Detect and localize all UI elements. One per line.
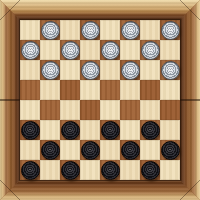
board-square[interactable] bbox=[80, 140, 100, 160]
board-square[interactable] bbox=[40, 140, 60, 160]
white-piece[interactable] bbox=[161, 21, 180, 40]
board-square[interactable] bbox=[20, 120, 40, 140]
board-square[interactable] bbox=[20, 160, 40, 180]
board-square[interactable] bbox=[40, 120, 60, 140]
board-square[interactable] bbox=[40, 80, 60, 100]
board-square[interactable] bbox=[80, 100, 100, 120]
board-square[interactable] bbox=[80, 120, 100, 140]
white-piece[interactable] bbox=[101, 41, 120, 60]
board-square[interactable] bbox=[160, 120, 180, 140]
black-piece[interactable] bbox=[61, 121, 80, 140]
board-square[interactable] bbox=[40, 60, 60, 80]
white-piece[interactable] bbox=[161, 61, 180, 80]
board-square[interactable] bbox=[60, 80, 80, 100]
white-piece[interactable] bbox=[41, 21, 60, 40]
white-piece[interactable] bbox=[41, 61, 60, 80]
board-square[interactable] bbox=[140, 140, 160, 160]
board-square[interactable] bbox=[20, 100, 40, 120]
board-square[interactable] bbox=[140, 80, 160, 100]
board-square[interactable] bbox=[100, 100, 120, 120]
board-square[interactable] bbox=[120, 140, 140, 160]
board-square[interactable] bbox=[20, 60, 40, 80]
board-square[interactable] bbox=[140, 40, 160, 60]
board-square[interactable] bbox=[80, 20, 100, 40]
board-square[interactable] bbox=[160, 20, 180, 40]
board-square[interactable] bbox=[60, 160, 80, 180]
board-square[interactable] bbox=[40, 40, 60, 60]
board-square[interactable] bbox=[140, 100, 160, 120]
frame-mitre-joint bbox=[180, 180, 200, 200]
black-piece[interactable] bbox=[141, 161, 160, 180]
black-piece[interactable] bbox=[41, 141, 60, 160]
board-square[interactable] bbox=[40, 20, 60, 40]
board-square[interactable] bbox=[100, 80, 120, 100]
white-piece[interactable] bbox=[61, 41, 80, 60]
board-square[interactable] bbox=[140, 160, 160, 180]
black-piece[interactable] bbox=[81, 141, 100, 160]
board-square[interactable] bbox=[80, 60, 100, 80]
board-square[interactable] bbox=[140, 120, 160, 140]
black-piece[interactable] bbox=[101, 161, 120, 180]
black-piece[interactable] bbox=[121, 141, 140, 160]
board-square[interactable] bbox=[40, 100, 60, 120]
black-piece[interactable] bbox=[161, 141, 180, 160]
white-piece[interactable] bbox=[141, 41, 160, 60]
board-square[interactable] bbox=[160, 40, 180, 60]
board-square[interactable] bbox=[60, 120, 80, 140]
board-square[interactable] bbox=[140, 20, 160, 40]
board-square[interactable] bbox=[20, 20, 40, 40]
board-square[interactable] bbox=[120, 120, 140, 140]
board-square[interactable] bbox=[20, 40, 40, 60]
board-square[interactable] bbox=[20, 140, 40, 160]
frame-mitre-joint bbox=[0, 180, 20, 200]
board-square[interactable] bbox=[160, 60, 180, 80]
folding-board-hinge-seam bbox=[180, 99, 200, 101]
board-square[interactable] bbox=[100, 20, 120, 40]
black-piece[interactable] bbox=[21, 121, 40, 140]
board-square[interactable] bbox=[160, 160, 180, 180]
board-square[interactable] bbox=[60, 140, 80, 160]
board-square[interactable] bbox=[100, 140, 120, 160]
board-square[interactable] bbox=[20, 80, 40, 100]
board-square[interactable] bbox=[80, 160, 100, 180]
board-square[interactable] bbox=[100, 60, 120, 80]
board-square[interactable] bbox=[40, 160, 60, 180]
board-square[interactable] bbox=[120, 40, 140, 60]
board-square[interactable] bbox=[60, 100, 80, 120]
board-square[interactable] bbox=[160, 100, 180, 120]
board-square[interactable] bbox=[160, 80, 180, 100]
frame-mitre-joint bbox=[180, 0, 200, 20]
board-square[interactable] bbox=[100, 40, 120, 60]
white-piece[interactable] bbox=[21, 41, 40, 60]
checkers-app-window bbox=[0, 0, 200, 200]
black-piece[interactable] bbox=[141, 121, 160, 140]
board-square[interactable] bbox=[60, 20, 80, 40]
white-piece[interactable] bbox=[81, 61, 100, 80]
board-square[interactable] bbox=[120, 160, 140, 180]
board-square[interactable] bbox=[100, 120, 120, 140]
white-piece[interactable] bbox=[121, 21, 140, 40]
black-piece[interactable] bbox=[101, 121, 120, 140]
board-square[interactable] bbox=[120, 100, 140, 120]
white-piece[interactable] bbox=[81, 21, 100, 40]
black-piece[interactable] bbox=[61, 161, 80, 180]
white-piece[interactable] bbox=[121, 61, 140, 80]
board-square[interactable] bbox=[60, 60, 80, 80]
folding-board-hinge-seam bbox=[0, 99, 20, 101]
frame-mitre-joint bbox=[0, 0, 20, 20]
board-square[interactable] bbox=[80, 80, 100, 100]
checkers-board bbox=[20, 20, 180, 180]
board-square[interactable] bbox=[100, 160, 120, 180]
board-square[interactable] bbox=[140, 60, 160, 80]
black-piece[interactable] bbox=[21, 161, 40, 180]
board-square[interactable] bbox=[80, 40, 100, 60]
board-square[interactable] bbox=[160, 140, 180, 160]
board-square[interactable] bbox=[120, 60, 140, 80]
board-square[interactable] bbox=[120, 80, 140, 100]
board-square[interactable] bbox=[120, 20, 140, 40]
board-square[interactable] bbox=[60, 40, 80, 60]
